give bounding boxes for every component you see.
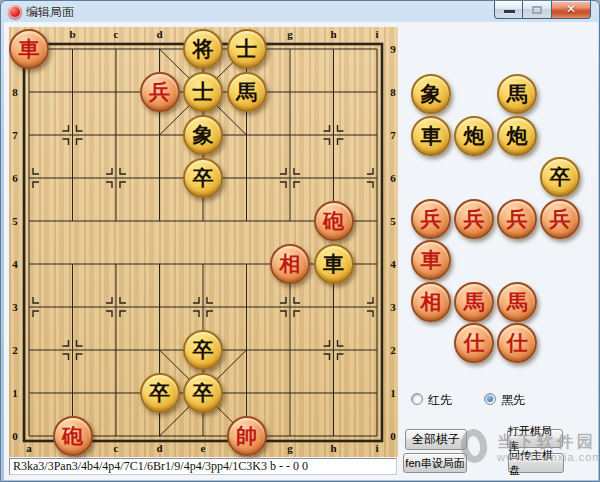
- piece-char: 仕: [507, 329, 528, 357]
- fen-setup-button[interactable]: fen串设局面: [403, 453, 467, 473]
- file-label-bottom-h: h: [328, 442, 340, 454]
- rank-label-left-8: 8: [9, 86, 21, 98]
- piece-char: 兵: [149, 78, 170, 106]
- piece-char: 卒: [550, 163, 571, 191]
- open-library-button[interactable]: 打开棋局库: [507, 429, 563, 448]
- rank-label-right-1: 1: [387, 387, 399, 399]
- piece-char: 馬: [236, 78, 257, 106]
- piece-char: 卒: [193, 336, 214, 364]
- window-title: 编辑局面: [26, 4, 74, 21]
- piece-char: 砲: [62, 422, 83, 450]
- minimize-icon: [504, 10, 515, 13]
- piece-char: 相: [421, 288, 442, 316]
- board-piece-a9[interactable]: 車: [9, 29, 49, 69]
- piece-char: 車: [19, 35, 40, 63]
- board-piece-e1[interactable]: 卒: [183, 373, 223, 413]
- radio-black-first[interactable]: [484, 393, 496, 405]
- tray-piece-r1c2[interactable]: 炮: [497, 116, 537, 156]
- piece-char: 士: [193, 78, 214, 106]
- file-label-bottom-g: g: [284, 442, 296, 454]
- tray-piece-r5c1[interactable]: 馬: [454, 282, 494, 322]
- rank-label-left-0: 0: [9, 430, 21, 442]
- piece-char: 馬: [507, 80, 528, 108]
- piece-char: 帥: [236, 422, 257, 450]
- file-label-top-g: g: [284, 28, 296, 40]
- piece-char: 兵: [507, 205, 528, 233]
- rank-label-right-4: 4: [387, 258, 399, 270]
- tray-piece-r3c0[interactable]: 兵: [411, 199, 451, 239]
- rank-label-right-6: 6: [387, 172, 399, 184]
- rank-label-left-5: 5: [9, 215, 21, 227]
- board-piece-f8[interactable]: 馬: [227, 72, 267, 112]
- piece-char: 兵: [550, 205, 571, 233]
- tray-piece-r0c2[interactable]: 馬: [497, 74, 537, 114]
- tray-piece-r1c1[interactable]: 炮: [454, 116, 494, 156]
- rank-label-left-1: 1: [9, 387, 21, 399]
- board-piece-e7[interactable]: 象: [183, 115, 223, 155]
- piece-char: 象: [193, 121, 214, 149]
- piece-char: 卒: [193, 379, 214, 407]
- tray-piece-r5c0[interactable]: 相: [411, 282, 451, 322]
- piece-char: 卒: [149, 379, 170, 407]
- rank-label-right-8: 8: [387, 86, 399, 98]
- close-icon: ✕: [552, 2, 590, 16]
- file-label-bottom-a: a: [23, 442, 35, 454]
- edit-position-window: 编辑局面 ✕ aabbccddeeffgghhii998877665544332…: [0, 0, 600, 482]
- file-label-bottom-i: i: [371, 442, 383, 454]
- tray-piece-r3c3[interactable]: 兵: [540, 199, 580, 239]
- piece-char: 馬: [507, 288, 528, 316]
- piece-char: 車: [421, 246, 442, 274]
- file-label-bottom-d: d: [154, 442, 166, 454]
- fen-input[interactable]: R3ka3/3Pan3/4b4/4p4/7C1/6Br1/9/4p4/3pp4/…: [9, 458, 397, 475]
- rank-label-right-5: 5: [387, 215, 399, 227]
- rank-label-right-0: 0: [387, 430, 399, 442]
- tray-piece-r6c1[interactable]: 仕: [454, 323, 494, 363]
- piece-char: 兵: [464, 205, 485, 233]
- piece-char: 炮: [507, 122, 528, 150]
- piece-char: 士: [236, 35, 257, 63]
- rank-label-right-7: 7: [387, 129, 399, 141]
- tray-piece-r3c1[interactable]: 兵: [454, 199, 494, 239]
- board-piece-h4[interactable]: 車: [314, 244, 354, 284]
- radio-red-first[interactable]: [411, 393, 423, 405]
- rank-label-right-3: 3: [387, 301, 399, 313]
- board-piece-e9[interactable]: 将: [183, 29, 223, 69]
- close-button[interactable]: ✕: [551, 1, 591, 19]
- radio-black-first-label[interactable]: 黑先: [501, 392, 525, 409]
- tray-piece-r1c0[interactable]: 車: [411, 116, 451, 156]
- file-label-bottom-e: e: [197, 442, 209, 454]
- board-piece-f0[interactable]: 帥: [227, 416, 267, 456]
- tray-piece-r0c0[interactable]: 象: [411, 74, 451, 114]
- piece-char: 仕: [464, 329, 485, 357]
- board-piece-h5[interactable]: 砲: [314, 201, 354, 241]
- board-piece-d1[interactable]: 卒: [140, 373, 180, 413]
- file-label-bottom-c: c: [110, 442, 122, 454]
- minimize-button[interactable]: [494, 1, 523, 19]
- tray-piece-r5c2[interactable]: 馬: [497, 282, 537, 322]
- titlebar: 编辑局面 ✕: [1, 1, 599, 22]
- tray-piece-r2c3[interactable]: 卒: [540, 157, 580, 197]
- board-piece-d8[interactable]: 兵: [140, 72, 180, 112]
- tray-piece-r6c2[interactable]: 仕: [497, 323, 537, 363]
- piece-char: 砲: [323, 207, 344, 235]
- caption-buttons: ✕: [494, 1, 591, 19]
- piece-char: 馬: [464, 288, 485, 316]
- file-label-top-h: h: [328, 28, 340, 40]
- piece-char: 炮: [464, 122, 485, 150]
- board-piece-b0[interactable]: 砲: [53, 416, 93, 456]
- rank-label-left-3: 3: [9, 301, 21, 313]
- file-label-top-d: d: [154, 28, 166, 40]
- rank-label-left-2: 2: [9, 344, 21, 356]
- app-icon: [8, 5, 22, 19]
- radio-red-first-label[interactable]: 红先: [428, 392, 452, 409]
- piece-char: 兵: [421, 205, 442, 233]
- file-label-top-b: b: [67, 28, 79, 40]
- rank-label-right-2: 2: [387, 344, 399, 356]
- board-piece-e8[interactable]: 士: [183, 72, 223, 112]
- maximize-button[interactable]: [523, 1, 551, 19]
- rank-label-left-7: 7: [9, 129, 21, 141]
- file-label-top-c: c: [110, 28, 122, 40]
- tray-piece-r4c0[interactable]: 車: [411, 240, 451, 280]
- all-pieces-button[interactable]: 全部棋子: [405, 429, 467, 450]
- maximize-icon: [532, 6, 542, 14]
- rank-label-left-6: 6: [9, 172, 21, 184]
- file-label-top-i: i: [371, 28, 383, 40]
- board-piece-e6[interactable]: 卒: [183, 158, 223, 198]
- rank-label-left-4: 4: [9, 258, 21, 270]
- rank-label-right-9: 9: [387, 43, 399, 55]
- tray-piece-r3c2[interactable]: 兵: [497, 199, 537, 239]
- board-piece-f9[interactable]: 士: [227, 29, 267, 69]
- board-piece-e2[interactable]: 卒: [183, 330, 223, 370]
- piece-char: 相: [280, 250, 301, 278]
- piece-char: 車: [323, 250, 344, 278]
- piece-char: 将: [193, 35, 214, 63]
- piece-char: 象: [421, 80, 442, 108]
- board-piece-g4[interactable]: 相: [270, 244, 310, 284]
- send-back-button[interactable]: 回传主棋盘: [508, 453, 564, 473]
- piece-char: 卒: [193, 164, 214, 192]
- piece-char: 車: [421, 122, 442, 150]
